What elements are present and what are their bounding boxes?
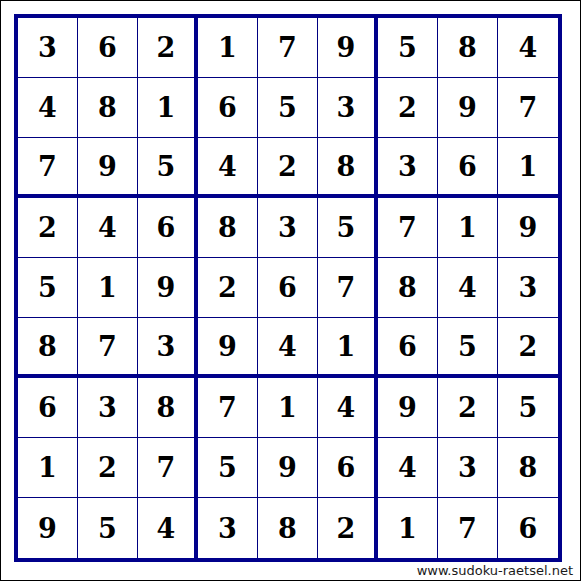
cell-r7c7[interactable]: 9 <box>378 378 438 438</box>
cell-r5c3[interactable]: 9 <box>138 258 198 318</box>
cell-r9c7[interactable]: 1 <box>378 498 438 558</box>
cell-r1c8[interactable]: 8 <box>438 18 498 78</box>
cell-r1c1[interactable]: 3 <box>18 18 78 78</box>
cell-r5c6[interactable]: 7 <box>318 258 378 318</box>
cell-r3c9[interactable]: 1 <box>498 138 558 198</box>
cell-r5c2[interactable]: 1 <box>78 258 138 318</box>
cell-r7c1[interactable]: 6 <box>18 378 78 438</box>
cell-r7c2[interactable]: 3 <box>78 378 138 438</box>
cell-r8c8[interactable]: 3 <box>438 438 498 498</box>
cell-r7c5[interactable]: 1 <box>258 378 318 438</box>
cell-r6c5[interactable]: 4 <box>258 318 318 378</box>
cell-r1c2[interactable]: 6 <box>78 18 138 78</box>
cell-r5c4[interactable]: 2 <box>198 258 258 318</box>
cell-r9c4[interactable]: 3 <box>198 498 258 558</box>
cell-r6c8[interactable]: 5 <box>438 318 498 378</box>
cell-r1c9[interactable]: 4 <box>498 18 558 78</box>
cell-r8c6[interactable]: 6 <box>318 438 378 498</box>
cell-r3c4[interactable]: 4 <box>198 138 258 198</box>
cell-r9c5[interactable]: 8 <box>258 498 318 558</box>
cell-r8c2[interactable]: 2 <box>78 438 138 498</box>
cell-r1c5[interactable]: 7 <box>258 18 318 78</box>
cell-r7c4[interactable]: 7 <box>198 378 258 438</box>
cell-r2c6[interactable]: 3 <box>318 78 378 138</box>
cell-r7c6[interactable]: 4 <box>318 378 378 438</box>
cell-r3c3[interactable]: 5 <box>138 138 198 198</box>
cell-r5c8[interactable]: 4 <box>438 258 498 318</box>
cell-r3c2[interactable]: 9 <box>78 138 138 198</box>
cell-r3c1[interactable]: 7 <box>18 138 78 198</box>
sudoku-board: 3621795844816532977954283612468357195192… <box>14 14 562 562</box>
cell-r5c9[interactable]: 3 <box>498 258 558 318</box>
cell-r2c2[interactable]: 8 <box>78 78 138 138</box>
cell-r4c4[interactable]: 8 <box>198 198 258 258</box>
cell-r4c9[interactable]: 9 <box>498 198 558 258</box>
cell-r8c7[interactable]: 4 <box>378 438 438 498</box>
cell-r1c3[interactable]: 2 <box>138 18 198 78</box>
cell-r8c9[interactable]: 8 <box>498 438 558 498</box>
cell-r8c5[interactable]: 9 <box>258 438 318 498</box>
cell-r6c9[interactable]: 2 <box>498 318 558 378</box>
cell-r2c4[interactable]: 6 <box>198 78 258 138</box>
cell-r2c3[interactable]: 1 <box>138 78 198 138</box>
cell-r3c6[interactable]: 8 <box>318 138 378 198</box>
cell-r9c3[interactable]: 4 <box>138 498 198 558</box>
cell-r1c4[interactable]: 1 <box>198 18 258 78</box>
cell-r4c7[interactable]: 7 <box>378 198 438 258</box>
cell-r4c3[interactable]: 6 <box>138 198 198 258</box>
cell-r6c4[interactable]: 9 <box>198 318 258 378</box>
watermark-link[interactable]: www.sudoku-raetsel.net <box>417 563 573 578</box>
cell-r4c1[interactable]: 2 <box>18 198 78 258</box>
page-frame: 3621795844816532977954283612468357195192… <box>0 0 581 581</box>
cell-r9c8[interactable]: 7 <box>438 498 498 558</box>
cell-r8c4[interactable]: 5 <box>198 438 258 498</box>
cell-r1c7[interactable]: 5 <box>378 18 438 78</box>
cell-r3c7[interactable]: 3 <box>378 138 438 198</box>
cell-r1c6[interactable]: 9 <box>318 18 378 78</box>
cell-r6c7[interactable]: 6 <box>378 318 438 378</box>
cell-r6c3[interactable]: 3 <box>138 318 198 378</box>
cell-r8c3[interactable]: 7 <box>138 438 198 498</box>
cell-r2c9[interactable]: 7 <box>498 78 558 138</box>
cell-r9c2[interactable]: 5 <box>78 498 138 558</box>
cell-r7c3[interactable]: 8 <box>138 378 198 438</box>
cell-r7c8[interactable]: 2 <box>438 378 498 438</box>
cell-r9c1[interactable]: 9 <box>18 498 78 558</box>
cell-r9c9[interactable]: 6 <box>498 498 558 558</box>
cell-r2c5[interactable]: 5 <box>258 78 318 138</box>
cell-r8c1[interactable]: 1 <box>18 438 78 498</box>
cell-r2c1[interactable]: 4 <box>18 78 78 138</box>
cell-r3c8[interactable]: 6 <box>438 138 498 198</box>
cell-r5c7[interactable]: 8 <box>378 258 438 318</box>
cell-r9c6[interactable]: 2 <box>318 498 378 558</box>
cell-r5c5[interactable]: 6 <box>258 258 318 318</box>
cell-r4c8[interactable]: 1 <box>438 198 498 258</box>
cell-r7c9[interactable]: 5 <box>498 378 558 438</box>
cell-r4c6[interactable]: 5 <box>318 198 378 258</box>
cell-r2c7[interactable]: 2 <box>378 78 438 138</box>
cell-r4c2[interactable]: 4 <box>78 198 138 258</box>
cell-r2c8[interactable]: 9 <box>438 78 498 138</box>
cell-r5c1[interactable]: 5 <box>18 258 78 318</box>
cell-r3c5[interactable]: 2 <box>258 138 318 198</box>
cell-r6c1[interactable]: 8 <box>18 318 78 378</box>
cell-r6c2[interactable]: 7 <box>78 318 138 378</box>
cell-r4c5[interactable]: 3 <box>258 198 318 258</box>
cell-r6c6[interactable]: 1 <box>318 318 378 378</box>
